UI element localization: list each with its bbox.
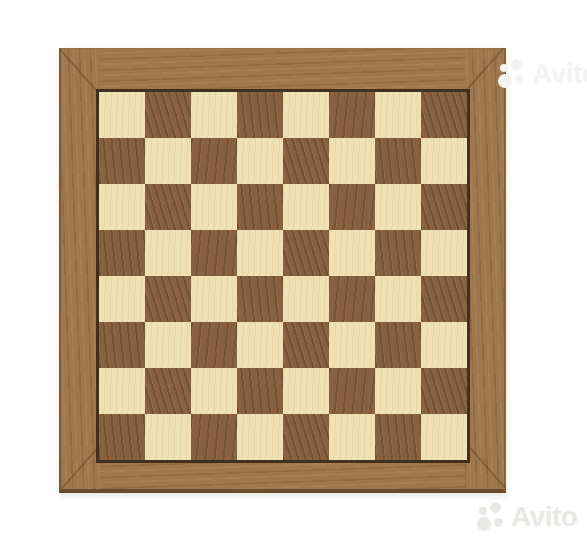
- square-d1: [237, 414, 283, 460]
- board-grid: [99, 92, 467, 460]
- square-b8: [145, 92, 191, 138]
- square-h7: [421, 138, 467, 184]
- square-c6: [191, 184, 237, 230]
- square-e4: [283, 276, 329, 322]
- square-g4: [375, 276, 421, 322]
- square-g5: [375, 230, 421, 276]
- square-f7: [329, 138, 375, 184]
- square-a4: [99, 276, 145, 322]
- square-f8: [329, 92, 375, 138]
- square-c3: [191, 322, 237, 368]
- square-a2: [99, 368, 145, 414]
- square-e1: [283, 414, 329, 460]
- square-c1: [191, 414, 237, 460]
- square-g2: [375, 368, 421, 414]
- avito-logo-icon: [477, 502, 507, 532]
- square-g3: [375, 322, 421, 368]
- square-c5: [191, 230, 237, 276]
- square-d2: [237, 368, 283, 414]
- square-a5: [99, 230, 145, 276]
- square-f3: [329, 322, 375, 368]
- square-b7: [145, 138, 191, 184]
- square-a1: [99, 414, 145, 460]
- square-b6: [145, 184, 191, 230]
- square-h6: [421, 184, 467, 230]
- chess-board: [59, 48, 506, 493]
- square-h5: [421, 230, 467, 276]
- square-h2: [421, 368, 467, 414]
- square-b5: [145, 230, 191, 276]
- square-f2: [329, 368, 375, 414]
- board-frame-right: [465, 49, 504, 489]
- square-c8: [191, 92, 237, 138]
- square-h1: [421, 414, 467, 460]
- square-c4: [191, 276, 237, 322]
- square-b2: [145, 368, 191, 414]
- square-g7: [375, 138, 421, 184]
- square-f6: [329, 184, 375, 230]
- square-d5: [237, 230, 283, 276]
- square-e3: [283, 322, 329, 368]
- square-a7: [99, 138, 145, 184]
- square-h4: [421, 276, 467, 322]
- square-d3: [237, 322, 283, 368]
- avito-watermark-top: Avito: [498, 58, 587, 90]
- square-a3: [99, 322, 145, 368]
- square-e8: [283, 92, 329, 138]
- square-d7: [237, 138, 283, 184]
- square-h8: [421, 92, 467, 138]
- square-d4: [237, 276, 283, 322]
- square-b4: [145, 276, 191, 322]
- square-h3: [421, 322, 467, 368]
- square-a6: [99, 184, 145, 230]
- square-g1: [375, 414, 421, 460]
- square-f1: [329, 414, 375, 460]
- watermark-text: Avito: [532, 58, 587, 90]
- square-c2: [191, 368, 237, 414]
- avito-watermark-bottom: Avito: [477, 501, 577, 533]
- square-f5: [329, 230, 375, 276]
- square-b3: [145, 322, 191, 368]
- square-e6: [283, 184, 329, 230]
- square-e7: [283, 138, 329, 184]
- square-g6: [375, 184, 421, 230]
- square-a8: [99, 92, 145, 138]
- square-e2: [283, 368, 329, 414]
- playing-area: [96, 89, 470, 463]
- square-c7: [191, 138, 237, 184]
- square-d8: [237, 92, 283, 138]
- square-e5: [283, 230, 329, 276]
- avito-logo-icon: [498, 59, 528, 89]
- square-f4: [329, 276, 375, 322]
- board-frame-left: [61, 49, 100, 489]
- square-g8: [375, 92, 421, 138]
- product-photo: Avito Avito: [0, 0, 587, 540]
- watermark-text: Avito: [511, 501, 577, 533]
- square-d6: [237, 184, 283, 230]
- square-b1: [145, 414, 191, 460]
